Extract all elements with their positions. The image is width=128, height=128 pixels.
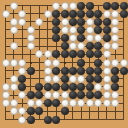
stone-black[interactable]: [86, 75, 94, 83]
stone-black[interactable]: [120, 2, 128, 10]
stone-black[interactable]: [77, 67, 85, 75]
stone-black[interactable]: [86, 67, 94, 75]
stone-black[interactable]: [18, 83, 26, 91]
stone-white[interactable]: [86, 18, 94, 26]
stone-white[interactable]: [18, 67, 26, 75]
stone-white[interactable]: [94, 99, 102, 107]
stone-white[interactable]: [2, 59, 10, 67]
stone-white[interactable]: [44, 75, 52, 83]
stone-black[interactable]: [52, 116, 60, 124]
stone-white[interactable]: [69, 2, 77, 10]
stone-black[interactable]: [35, 83, 43, 91]
stone-black[interactable]: [77, 10, 85, 18]
stone-white[interactable]: [61, 91, 69, 99]
go-game-screen: [0, 0, 128, 128]
stone-white[interactable]: [10, 83, 18, 91]
stone-black[interactable]: [94, 50, 102, 58]
stone-black[interactable]: [69, 91, 77, 99]
stone-black[interactable]: [77, 2, 85, 10]
stone-white[interactable]: [69, 26, 77, 34]
stone-black[interactable]: [86, 10, 94, 18]
stone-white[interactable]: [77, 42, 85, 50]
stone-black[interactable]: [103, 2, 111, 10]
stone-white[interactable]: [77, 99, 85, 107]
stone-black[interactable]: [61, 10, 69, 18]
stone-black[interactable]: [52, 50, 60, 58]
stone-white[interactable]: [69, 34, 77, 42]
stone-white[interactable]: [103, 75, 111, 83]
stone-black[interactable]: [69, 18, 77, 26]
stone-white[interactable]: [69, 75, 77, 83]
stone-white[interactable]: [44, 10, 52, 18]
stone-black[interactable]: [69, 67, 77, 75]
stone-white[interactable]: [2, 83, 10, 91]
stone-white[interactable]: [18, 116, 26, 124]
stone-black[interactable]: [77, 50, 85, 58]
stone-white[interactable]: [111, 26, 119, 34]
stone-white[interactable]: [18, 107, 26, 115]
stone-white[interactable]: [86, 99, 94, 107]
stone-white[interactable]: [44, 59, 52, 67]
stone-white[interactable]: [111, 10, 119, 18]
stone-black[interactable]: [35, 107, 43, 115]
stone-black[interactable]: [94, 67, 102, 75]
stone-black[interactable]: [94, 26, 102, 34]
stone-white[interactable]: [10, 75, 18, 83]
stone-white[interactable]: [52, 59, 60, 67]
stone-white[interactable]: [103, 67, 111, 75]
stone-black[interactable]: [111, 2, 119, 10]
stone-white[interactable]: [77, 75, 85, 83]
stone-black[interactable]: [111, 83, 119, 91]
stone-black[interactable]: [61, 50, 69, 58]
stone-white[interactable]: [111, 99, 119, 107]
stone-white[interactable]: [86, 34, 94, 42]
stone-white[interactable]: [10, 26, 18, 34]
stone-black[interactable]: [111, 75, 119, 83]
stone-white[interactable]: [52, 91, 60, 99]
stone-black[interactable]: [103, 26, 111, 34]
stone-black[interactable]: [77, 18, 85, 26]
stone-black[interactable]: [94, 59, 102, 67]
stone-white[interactable]: [111, 91, 119, 99]
stone-white[interactable]: [27, 34, 35, 42]
stone-black[interactable]: [61, 83, 69, 91]
stone-black[interactable]: [77, 26, 85, 34]
stone-black[interactable]: [27, 91, 35, 99]
stone-black[interactable]: [69, 50, 77, 58]
stone-white[interactable]: [111, 42, 119, 50]
stone-black[interactable]: [52, 99, 60, 107]
stone-black[interactable]: [86, 42, 94, 50]
stone-white[interactable]: [52, 2, 60, 10]
stone-white[interactable]: [61, 26, 69, 34]
stone-black[interactable]: [86, 91, 94, 99]
stone-black[interactable]: [52, 67, 60, 75]
stone-white[interactable]: [44, 91, 52, 99]
stone-black[interactable]: [77, 91, 85, 99]
stone-white[interactable]: [35, 50, 43, 58]
stone-white[interactable]: [94, 34, 102, 42]
stone-white[interactable]: [61, 99, 69, 107]
stone-black[interactable]: [120, 10, 128, 18]
star-point: [30, 62, 32, 64]
star-point: [64, 62, 66, 64]
stone-white[interactable]: [2, 99, 10, 107]
stone-white[interactable]: [10, 59, 18, 67]
stone-black[interactable]: [94, 42, 102, 50]
stone-white[interactable]: [10, 107, 18, 115]
stone-black[interactable]: [69, 10, 77, 18]
stone-black[interactable]: [86, 50, 94, 58]
stone-white[interactable]: [10, 18, 18, 26]
stone-black[interactable]: [27, 116, 35, 124]
stone-black[interactable]: [111, 67, 119, 75]
stone-white[interactable]: [61, 18, 69, 26]
stone-white[interactable]: [111, 34, 119, 42]
stone-black[interactable]: [77, 59, 85, 67]
stone-black[interactable]: [61, 34, 69, 42]
stone-black[interactable]: [44, 116, 52, 124]
stone-white[interactable]: [61, 2, 69, 10]
stone-black[interactable]: [18, 75, 26, 83]
stone-white[interactable]: [69, 42, 77, 50]
stone-white[interactable]: [18, 18, 26, 26]
stone-white[interactable]: [18, 10, 26, 18]
stone-black[interactable]: [27, 107, 35, 115]
stone-black[interactable]: [44, 83, 52, 91]
stone-white[interactable]: [18, 59, 26, 67]
stone-black[interactable]: [61, 75, 69, 83]
stone-black[interactable]: [86, 83, 94, 91]
go-board[interactable]: [0, 0, 128, 128]
stone-white[interactable]: [103, 10, 111, 18]
stone-white[interactable]: [35, 99, 43, 107]
stone-white[interactable]: [94, 83, 102, 91]
stone-white[interactable]: [18, 91, 26, 99]
stone-black[interactable]: [69, 83, 77, 91]
stone-white[interactable]: [27, 42, 35, 50]
stone-white[interactable]: [52, 75, 60, 83]
stone-black[interactable]: [77, 83, 85, 91]
stone-white[interactable]: [27, 99, 35, 107]
stone-black[interactable]: [27, 67, 35, 75]
stone-black[interactable]: [94, 75, 102, 83]
stone-white[interactable]: [103, 91, 111, 99]
stone-black[interactable]: [94, 18, 102, 26]
stone-white[interactable]: [44, 50, 52, 58]
stone-black[interactable]: [77, 34, 85, 42]
stone-white[interactable]: [103, 42, 111, 50]
stone-black[interactable]: [103, 34, 111, 42]
stone-white[interactable]: [69, 99, 77, 107]
stone-black[interactable]: [35, 91, 43, 99]
stone-white[interactable]: [103, 83, 111, 91]
stone-black[interactable]: [94, 10, 102, 18]
stone-white[interactable]: [27, 26, 35, 34]
stone-black[interactable]: [52, 10, 60, 18]
stone-black[interactable]: [61, 107, 69, 115]
stone-black[interactable]: [52, 26, 60, 34]
stone-black[interactable]: [120, 67, 128, 75]
stone-white[interactable]: [120, 59, 128, 67]
stone-white[interactable]: [10, 42, 18, 50]
stone-white[interactable]: [10, 99, 18, 107]
stone-white[interactable]: [2, 91, 10, 99]
stone-white[interactable]: [86, 26, 94, 34]
stone-black[interactable]: [86, 2, 94, 10]
stone-black[interactable]: [61, 67, 69, 75]
stone-black[interactable]: [94, 91, 102, 99]
stone-black[interactable]: [52, 18, 60, 26]
stone-white[interactable]: [10, 2, 18, 10]
stone-white[interactable]: [111, 18, 119, 26]
stone-black[interactable]: [61, 42, 69, 50]
stone-white[interactable]: [44, 67, 52, 75]
stone-white[interactable]: [111, 59, 119, 67]
stone-black[interactable]: [52, 34, 60, 42]
stone-black[interactable]: [103, 18, 111, 26]
stone-black[interactable]: [44, 99, 52, 107]
stone-white[interactable]: [35, 18, 43, 26]
stone-white[interactable]: [2, 10, 10, 18]
stone-white[interactable]: [103, 50, 111, 58]
stone-white[interactable]: [103, 59, 111, 67]
stone-black[interactable]: [52, 83, 60, 91]
stone-white[interactable]: [103, 99, 111, 107]
